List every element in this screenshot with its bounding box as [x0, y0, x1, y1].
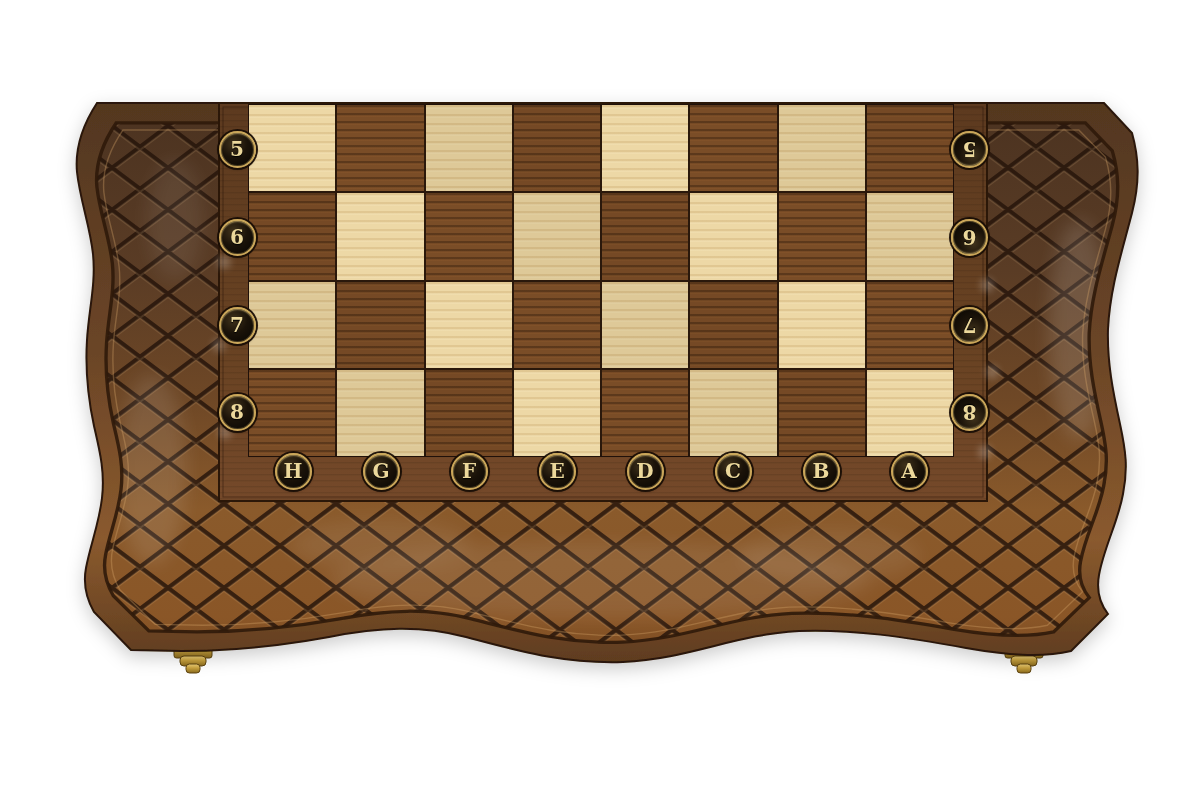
- square-g5[interactable]: [337, 105, 423, 191]
- square-b5[interactable]: [779, 105, 865, 191]
- square-c7[interactable]: [690, 282, 776, 368]
- square-g6[interactable]: [337, 193, 423, 279]
- square-a5[interactable]: [867, 105, 953, 191]
- square-g8[interactable]: [337, 370, 423, 456]
- file-medallion-b: B: [803, 453, 840, 490]
- square-c8[interactable]: [690, 370, 776, 456]
- square-a8[interactable]: [867, 370, 953, 456]
- square-c5[interactable]: [690, 105, 776, 191]
- rank-medallion-left-6: 6: [219, 219, 256, 256]
- chessboard: [249, 105, 953, 456]
- board-photo: 56785678HGFEDCBA: [0, 0, 1200, 800]
- square-h6[interactable]: [249, 193, 335, 279]
- file-medallion-c: C: [715, 453, 752, 490]
- file-medallion-g: G: [363, 453, 400, 490]
- file-medallion-f: F: [451, 453, 488, 490]
- file-medallion-h: H: [275, 453, 312, 490]
- rank-medallion-left-5: 5: [219, 131, 256, 168]
- square-b7[interactable]: [779, 282, 865, 368]
- rank-medallion-left-7: 7: [219, 307, 256, 344]
- square-d7[interactable]: [602, 282, 688, 368]
- square-d5[interactable]: [602, 105, 688, 191]
- square-e8[interactable]: [514, 370, 600, 456]
- square-f6[interactable]: [426, 193, 512, 279]
- square-g7[interactable]: [337, 282, 423, 368]
- rank-medallion-right-7: 7: [951, 307, 988, 344]
- square-d8[interactable]: [602, 370, 688, 456]
- square-e6[interactable]: [514, 193, 600, 279]
- rank-medallion-right-5: 5: [951, 131, 988, 168]
- square-c6[interactable]: [690, 193, 776, 279]
- file-medallion-d: D: [627, 453, 664, 490]
- file-medallion-a: A: [891, 453, 928, 490]
- square-e5[interactable]: [514, 105, 600, 191]
- square-b6[interactable]: [779, 193, 865, 279]
- square-h5[interactable]: [249, 105, 335, 191]
- square-f7[interactable]: [426, 282, 512, 368]
- square-a6[interactable]: [867, 193, 953, 279]
- file-medallion-e: E: [539, 453, 576, 490]
- square-f8[interactable]: [426, 370, 512, 456]
- rank-medallion-right-6: 6: [951, 219, 988, 256]
- square-h8[interactable]: [249, 370, 335, 456]
- rank-medallion-right-8: 8: [951, 394, 988, 431]
- square-d6[interactable]: [602, 193, 688, 279]
- square-e7[interactable]: [514, 282, 600, 368]
- square-a7[interactable]: [867, 282, 953, 368]
- square-b8[interactable]: [779, 370, 865, 456]
- square-h7[interactable]: [249, 282, 335, 368]
- square-f5[interactable]: [426, 105, 512, 191]
- rank-medallion-left-8: 8: [219, 394, 256, 431]
